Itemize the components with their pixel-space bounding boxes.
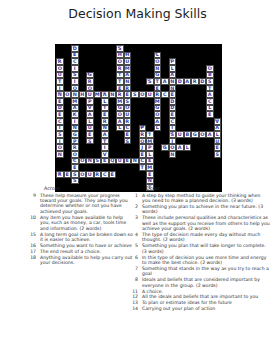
letter-cell: 18R <box>56 171 64 178</box>
cell-letter: N <box>155 66 159 71</box>
block-cell <box>131 164 139 171</box>
cell-letter: R <box>155 92 159 97</box>
letter-cell: 11A <box>101 91 109 98</box>
cell-letter: O <box>118 59 122 64</box>
block-cell <box>79 78 87 85</box>
cell-letter: N <box>125 79 129 84</box>
clue-num: 5 <box>124 243 142 254</box>
block-cell <box>131 131 139 138</box>
cell-letter: R <box>73 145 77 150</box>
cell-letter: E <box>73 165 76 170</box>
letter-cell: 6P <box>169 58 177 65</box>
block-cell <box>64 52 72 59</box>
letter-cell: N <box>169 78 177 85</box>
cell-letter: T <box>118 72 121 77</box>
cell-letter: U <box>88 92 92 97</box>
block-cell <box>176 58 184 65</box>
block-cell <box>109 118 117 125</box>
block-cell <box>206 118 214 125</box>
cell-letter: R <box>125 86 129 91</box>
letter-cell: C <box>101 171 109 178</box>
worksheet-page: Decision Making Skills 1D2SEH3H5L4RCOUO6… <box>0 0 275 350</box>
letter-cell: H <box>79 91 87 98</box>
down-clue: 11A choice. <box>124 289 270 294</box>
block-cell <box>176 98 184 105</box>
letter-cell: E <box>124 91 132 98</box>
cell-letter: L <box>118 125 121 130</box>
block-cell <box>161 164 169 171</box>
block-cell <box>214 111 222 118</box>
cell-letter: M <box>147 139 152 144</box>
block-cell <box>131 105 139 112</box>
down-clue: 1A step by step method to guide your thi… <box>124 193 270 204</box>
letter-cell: O <box>79 171 87 178</box>
cell-letter: R <box>118 92 122 97</box>
block-cell <box>64 144 72 151</box>
cell-letter: E <box>118 86 121 91</box>
across-clues-section: Across 9These help measure your progress… <box>22 186 134 266</box>
block-cell <box>56 164 64 171</box>
block-cell <box>109 111 117 118</box>
block-cell <box>94 98 102 105</box>
block-cell <box>109 78 117 85</box>
letter-cell: C <box>161 91 169 98</box>
block-cell <box>176 158 184 165</box>
clue-num: 14 <box>124 306 142 311</box>
clue-num: 16 <box>22 243 40 248</box>
cell-letter: O <box>170 145 174 150</box>
block-cell <box>184 151 192 158</box>
clue-text: Something you plan to achieve in the nea… <box>142 204 270 215</box>
cell-letter: O <box>200 132 204 137</box>
clue-num: 11 <box>124 289 142 294</box>
block-cell <box>146 52 154 59</box>
cell-letter: G <box>118 105 122 110</box>
block-cell <box>139 98 147 105</box>
block-cell <box>154 164 162 171</box>
crossword-grid: 1D2SEH3H5L4RCOUO6POIRMNL7OUS8GTAGABTIRTN… <box>56 45 221 191</box>
clue-number: 9 <box>147 79 149 82</box>
block-cell <box>116 178 124 185</box>
cell-letter: R <box>193 79 197 84</box>
clue-text: Anything available to help you carry out… <box>40 255 134 266</box>
across-clue: 17The end result of a choice. <box>22 249 134 254</box>
cell-letter: E <box>208 112 211 117</box>
letter-cell: G <box>191 131 199 138</box>
cell-letter: U <box>148 92 152 97</box>
block-cell <box>199 52 207 59</box>
letter-cell: S <box>124 138 132 145</box>
down-header: Down <box>146 186 270 192</box>
block-cell <box>184 171 192 178</box>
letter-cell: R <box>191 78 199 85</box>
block-cell <box>176 65 184 72</box>
block-cell <box>64 105 72 112</box>
letter-cell: L <box>116 125 124 132</box>
clue-text: A long term goal can be broken down so i… <box>40 232 134 243</box>
letter-cell: 9S <box>146 78 154 85</box>
clue-text: Something you plan that will take longer… <box>142 243 270 254</box>
block-cell <box>206 52 214 59</box>
block-cell <box>146 111 154 118</box>
cell-letter: G <box>193 132 197 137</box>
block-cell <box>64 164 72 171</box>
cell-letter: M <box>125 66 130 71</box>
block-cell <box>131 138 139 145</box>
cell-letter: I <box>59 86 61 91</box>
block-cell <box>101 52 109 59</box>
letter-cell: A <box>161 78 169 85</box>
letter-cell: E <box>86 131 94 138</box>
letter-cell: E <box>109 171 117 178</box>
cell-letter: N <box>58 152 62 157</box>
cell-letter: I <box>74 119 76 124</box>
cell-letter: A <box>215 125 219 130</box>
clue-text: These help measure your progress toward … <box>40 193 134 215</box>
cell-letter: S <box>125 139 129 144</box>
down-clue: 4The type of decision made every day wit… <box>124 232 270 243</box>
block-cell <box>169 158 177 165</box>
clue-number: 17 <box>72 159 76 162</box>
cell-letter: A <box>208 132 212 137</box>
block-cell <box>199 144 207 151</box>
cell-letter: E <box>148 158 151 163</box>
cell-letter: H <box>80 92 84 97</box>
block-cell <box>94 144 102 151</box>
block-cell <box>79 164 87 171</box>
block-cell <box>184 52 192 59</box>
cell-letter: J <box>141 145 143 150</box>
cell-letter: N <box>170 79 174 84</box>
block-cell <box>94 45 102 52</box>
block-cell <box>206 138 214 145</box>
block-cell <box>94 111 102 118</box>
cell-letter: M <box>155 99 160 104</box>
letter-cell: O <box>116 58 124 65</box>
block-cell <box>191 91 199 98</box>
cell-letter: P <box>88 99 92 104</box>
letter-cell: U <box>116 158 124 165</box>
cell-letter: O <box>80 158 84 163</box>
block-cell <box>131 171 139 178</box>
clue-number: 18 <box>57 172 61 175</box>
block-cell <box>79 144 87 151</box>
block-cell <box>176 111 184 118</box>
block-cell <box>109 164 117 171</box>
cell-letter: U <box>88 125 92 130</box>
down-clue: 2Something you plan to achieve in the ne… <box>124 204 270 215</box>
block-cell <box>146 58 154 65</box>
clue-text: All the ideals and beliefs that are impo… <box>142 294 270 299</box>
clue-text: In this type of decision you use more ti… <box>142 255 270 266</box>
cell-letter: O <box>140 92 144 97</box>
cell-letter: A <box>178 145 182 150</box>
clue-num: 7 <box>124 266 142 277</box>
block-cell <box>94 138 102 145</box>
cell-letter: S <box>88 139 92 144</box>
block-cell <box>109 45 117 52</box>
letter-cell: R <box>154 91 162 98</box>
cell-letter: M <box>117 99 122 104</box>
letter-cell: O <box>116 111 124 118</box>
clue-text: Something that stands in the way as you … <box>142 266 270 277</box>
across-clue: 9These help measure your progress toward… <box>22 193 134 215</box>
cell-letter: A <box>208 92 212 97</box>
block-cell <box>101 45 109 52</box>
clue-num: 10 <box>22 215 40 231</box>
cell-letter: E <box>66 172 69 177</box>
block-cell <box>64 58 72 65</box>
block-cell <box>206 58 214 65</box>
letter-cell: E <box>214 144 222 151</box>
block-cell <box>101 178 109 185</box>
block-cell <box>131 144 139 151</box>
block-cell <box>146 118 154 125</box>
block-cell <box>139 78 147 85</box>
cell-letter: R <box>88 79 92 84</box>
down-clues-section: Down 1A step by step method to guide you… <box>124 186 270 312</box>
block-cell <box>184 91 192 98</box>
cell-letter: L <box>103 99 106 104</box>
block-cell <box>161 151 169 158</box>
clue-num: 1 <box>124 193 142 204</box>
block-cell <box>169 178 177 185</box>
block-cell <box>131 111 139 118</box>
block-cell <box>109 144 117 151</box>
block-cell <box>191 65 199 72</box>
letter-cell: E <box>169 111 177 118</box>
cell-letter: G <box>155 72 159 77</box>
cell-letter: A <box>163 79 167 84</box>
cell-letter: B <box>208 72 212 77</box>
block-cell <box>206 164 214 171</box>
block-cell <box>79 72 87 79</box>
letter-cell: O <box>56 144 64 151</box>
clue-number: 13 <box>140 126 144 129</box>
block-cell <box>139 178 147 185</box>
letter-cell: N <box>131 158 139 165</box>
cell-letter: A <box>155 119 159 124</box>
across-header: Across <box>44 186 134 192</box>
block-cell <box>199 85 207 92</box>
clue-num: 12 <box>124 294 142 299</box>
down-clue: 5Something you plan that will take longe… <box>124 243 270 254</box>
letter-cell: 15S <box>169 131 177 138</box>
cell-letter: O <box>58 145 62 150</box>
cell-letter: Q <box>110 158 114 163</box>
cell-letter: L <box>156 125 159 130</box>
block-cell <box>64 111 72 118</box>
cell-letter: N <box>88 158 92 163</box>
block-cell <box>79 45 87 52</box>
down-clue: 14Carrying out your plan of action <box>124 306 270 311</box>
block-cell <box>184 98 192 105</box>
letter-cell: E <box>124 131 132 138</box>
down-clue: 8Ideals and beliefs that are considered … <box>124 277 270 288</box>
block-cell <box>124 164 132 171</box>
block-cell <box>176 45 184 52</box>
block-cell <box>161 131 169 138</box>
letter-cell: S <box>94 158 102 165</box>
clue-number: 11 <box>102 92 106 95</box>
block-cell <box>64 131 72 138</box>
block-cell <box>94 178 102 185</box>
cell-letter: A <box>118 119 122 124</box>
cell-letter: N <box>73 125 77 130</box>
cell-letter: C <box>170 119 174 124</box>
cell-letter: O <box>65 92 69 97</box>
letter-cell: K <box>71 111 79 118</box>
cell-letter: U <box>125 59 129 64</box>
letter-cell: S <box>214 151 222 158</box>
cell-letter: A <box>170 72 174 77</box>
block-cell <box>131 125 139 132</box>
letter-cell: N <box>56 151 64 158</box>
block-cell <box>214 105 222 112</box>
letter-cell: O <box>154 58 162 65</box>
block-cell <box>94 72 102 79</box>
cell-letter: O <box>73 152 77 157</box>
cell-letter: D <box>58 105 62 110</box>
letter-cell: R <box>94 171 102 178</box>
cell-letter: O <box>118 112 122 117</box>
block-cell <box>199 118 207 125</box>
letter-cell: D <box>199 78 207 85</box>
across-clue: 18Anything available to help you carry o… <box>22 255 134 266</box>
cell-letter: D <box>170 99 174 104</box>
block-cell <box>79 118 87 125</box>
cell-letter: N <box>73 92 77 97</box>
clue-number: 1 <box>72 46 74 49</box>
clue-num: 2 <box>124 204 142 215</box>
letter-cell: U <box>86 171 94 178</box>
cell-letter: E <box>88 132 91 137</box>
block-cell <box>109 125 117 132</box>
block-cell <box>94 118 102 125</box>
letter-cell: S <box>131 91 139 98</box>
block-cell <box>214 178 222 185</box>
cell-letter: C <box>58 119 62 124</box>
cell-letter: I <box>74 79 76 84</box>
block-cell <box>184 164 192 171</box>
block-cell <box>154 131 162 138</box>
cell-letter: E <box>58 99 61 104</box>
across-clue: 16Something you want to have or achieve <box>22 243 134 248</box>
cell-letter: E <box>216 145 219 150</box>
cell-letter: L <box>186 145 189 150</box>
block-cell <box>64 72 72 79</box>
block-cell <box>214 78 222 85</box>
block-cell <box>116 171 124 178</box>
letter-cell: L <box>184 144 192 151</box>
block-cell <box>214 65 222 72</box>
letter-cell: T <box>116 78 124 85</box>
block-cell <box>214 45 222 52</box>
block-cell <box>191 144 199 151</box>
crossword-grid-frame: 1D2SEH3H5L4RCOUO6POIRMNL7OUS8GTAGABTIRTN… <box>55 44 222 192</box>
block-cell <box>56 158 64 165</box>
cell-letter: U <box>118 158 122 163</box>
block-cell <box>139 171 147 178</box>
cell-letter: S <box>73 72 77 77</box>
block-cell <box>116 138 124 145</box>
letter-cell: A <box>206 91 214 98</box>
letter-cell: A <box>101 131 109 138</box>
clue-text: These include personal qualities and cha… <box>142 215 270 231</box>
block-cell <box>124 178 132 185</box>
cell-letter: I <box>171 125 173 130</box>
clue-text: A choice. <box>142 289 270 294</box>
block-cell <box>199 65 207 72</box>
block-cell <box>214 158 222 165</box>
block-cell <box>176 164 184 171</box>
letter-cell: N <box>169 151 177 158</box>
block-cell <box>214 52 222 59</box>
cell-letter: V <box>103 152 107 157</box>
letter-cell: A <box>86 111 94 118</box>
block-cell <box>131 52 139 59</box>
block-cell <box>94 78 102 85</box>
letter-cell: R <box>139 131 147 138</box>
block-cell <box>191 111 199 118</box>
letter-cell: U <box>176 131 184 138</box>
block-cell <box>79 138 87 145</box>
block-cell <box>214 72 222 79</box>
block-cell <box>86 164 94 171</box>
letter-cell: U <box>124 111 132 118</box>
block-cell <box>131 72 139 79</box>
block-cell <box>206 171 214 178</box>
block-cell <box>64 98 72 105</box>
cell-letter: P <box>148 145 152 150</box>
clue-number: 14 <box>147 132 151 135</box>
block-cell <box>154 144 162 151</box>
block-cell <box>191 138 199 145</box>
block-cell <box>161 125 169 132</box>
letter-cell: P <box>146 144 154 151</box>
cell-letter: E <box>103 158 106 163</box>
clue-text: The end result of a choice. <box>40 249 134 254</box>
cell-letter: N <box>103 125 107 130</box>
cell-letter: T <box>103 105 106 110</box>
block-cell <box>191 171 199 178</box>
letter-cell: I <box>71 78 79 85</box>
cell-letter: B <box>185 132 189 137</box>
cell-letter: M <box>147 165 152 170</box>
block-cell <box>161 58 169 65</box>
clue-num: 17 <box>22 249 40 254</box>
letter-cell: U <box>86 91 94 98</box>
cell-letter: T <box>208 86 211 91</box>
letter-cell: O <box>64 91 72 98</box>
cell-letter: S <box>73 172 77 177</box>
cell-letter: C <box>208 99 212 104</box>
block-cell <box>199 58 207 65</box>
cell-letter: N <box>110 92 114 97</box>
letter-cell: E <box>64 171 72 178</box>
block-cell <box>109 178 117 185</box>
block-cell <box>86 45 94 52</box>
block-cell <box>169 171 177 178</box>
letter-cell: O <box>154 111 162 118</box>
block-cell <box>184 58 192 65</box>
block-cell <box>79 125 87 132</box>
block-cell <box>161 98 169 105</box>
cell-letter: T <box>58 79 61 84</box>
cell-letter: C <box>140 158 144 163</box>
block-cell <box>214 58 222 65</box>
block-cell <box>199 178 207 185</box>
